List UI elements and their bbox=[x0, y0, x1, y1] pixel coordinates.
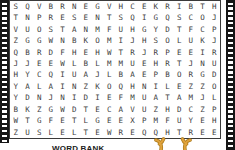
grid-cell: N bbox=[68, 81, 80, 92]
grid-cell: O bbox=[92, 35, 104, 46]
grid-cell: K bbox=[80, 35, 92, 46]
grid-cell: E bbox=[92, 104, 104, 115]
grid-cell: A bbox=[127, 70, 139, 81]
grid-cell: E bbox=[57, 12, 69, 23]
grid-cell: H bbox=[115, 1, 127, 12]
grid-cell: S bbox=[10, 1, 22, 12]
grid-cell: I bbox=[115, 35, 127, 46]
grid-cell: J bbox=[185, 58, 197, 69]
grid-cell: U bbox=[185, 35, 197, 46]
grid-cell: Y bbox=[10, 81, 22, 92]
grid-cell: L bbox=[103, 70, 115, 81]
grid-cell: Z bbox=[197, 104, 209, 115]
grid-cell: L bbox=[80, 115, 92, 126]
grid-cell: R bbox=[150, 47, 162, 58]
grid-cell: O bbox=[103, 81, 115, 92]
grid-cell: B bbox=[10, 104, 22, 115]
grid-cell: V bbox=[10, 24, 22, 35]
grid-cell: S bbox=[173, 12, 185, 23]
grid-cell: J bbox=[10, 58, 22, 69]
grid-cell: Y bbox=[150, 24, 162, 35]
grid-cell: V bbox=[33, 1, 45, 12]
grid-cell: U bbox=[127, 58, 139, 69]
grid-cell: Q bbox=[115, 81, 127, 92]
grid-cell: J bbox=[208, 12, 220, 23]
grid-cell: E bbox=[115, 115, 127, 126]
grid-cell: A bbox=[45, 81, 57, 92]
grid-cell: W bbox=[10, 115, 22, 126]
grid-cell: U bbox=[22, 127, 34, 138]
grid-cell: G bbox=[197, 70, 209, 81]
grid-cell: Q bbox=[22, 1, 34, 12]
word-search-grid: SQVBRNEGVHCEKRIBTHTNPRESENTSQIGQSCOJVUOS… bbox=[9, 0, 221, 139]
grid-cell: I bbox=[150, 81, 162, 92]
grid-cell: I bbox=[173, 1, 185, 12]
grid-cell: C bbox=[127, 1, 139, 12]
grid-cell: I bbox=[68, 92, 80, 103]
grid-cell: M bbox=[115, 58, 127, 69]
grid-cell: K bbox=[197, 35, 209, 46]
grid-cell: Q bbox=[138, 127, 150, 138]
grid-cell: Q bbox=[162, 12, 174, 23]
grid-cell: P bbox=[150, 70, 162, 81]
grid-cell: B bbox=[22, 47, 34, 58]
grid-cell: D bbox=[68, 104, 80, 115]
grid-cell: H bbox=[208, 1, 220, 12]
grid-cell: R bbox=[185, 70, 197, 81]
grid-cell: J bbox=[92, 70, 104, 81]
grid-cell: U bbox=[138, 92, 150, 103]
grid-cell: E bbox=[57, 127, 69, 138]
grid-cell: E bbox=[173, 47, 185, 58]
grid-cell: C bbox=[185, 12, 197, 23]
grid-cell: Z bbox=[10, 127, 22, 138]
grid-cell: N bbox=[138, 81, 150, 92]
grid-cell: E bbox=[138, 58, 150, 69]
grid-cell: C bbox=[103, 104, 115, 115]
grid-cell: F bbox=[57, 47, 69, 58]
grid-cell: S bbox=[33, 127, 45, 138]
grid-cell: E bbox=[173, 81, 185, 92]
grid-cell: U bbox=[208, 58, 220, 69]
grid-cell: A bbox=[80, 70, 92, 81]
grid-cell: O bbox=[162, 35, 174, 46]
grid-cell: R bbox=[115, 127, 127, 138]
grid-cell: N bbox=[80, 24, 92, 35]
grid-cell: N bbox=[68, 1, 80, 12]
grid-cell: R bbox=[162, 58, 174, 69]
grid-cell: B bbox=[45, 1, 57, 12]
grid-cell: T bbox=[197, 1, 209, 12]
grid-cell: E bbox=[45, 58, 57, 69]
grid-cell: C bbox=[33, 70, 45, 81]
grid-cell: R bbox=[127, 47, 139, 58]
grid-cell: S bbox=[68, 12, 80, 23]
grid-cell: G bbox=[150, 12, 162, 23]
grid-cell: I bbox=[92, 92, 104, 103]
grid-cell: J bbox=[138, 47, 150, 58]
grid-cell: Z bbox=[197, 81, 209, 92]
grid-cell: E bbox=[103, 115, 115, 126]
filmstrip-border-left-icon bbox=[0, 0, 9, 143]
grid-cell: T bbox=[80, 127, 92, 138]
grid-cell: W bbox=[45, 35, 57, 46]
word-search-worksheet: SQVBRNEGVHCEKRIBTHTNPRESENTSQIGQSCOJVUOS… bbox=[0, 0, 235, 150]
grid-cell: E bbox=[33, 58, 45, 69]
grid-cell: I bbox=[138, 12, 150, 23]
grid-cell: E bbox=[138, 70, 150, 81]
grid-cell: U bbox=[68, 70, 80, 81]
grid-cell: J bbox=[127, 35, 139, 46]
grid-cell: V bbox=[103, 1, 115, 12]
grid-cell: H bbox=[127, 24, 139, 35]
grid-cell: E bbox=[80, 12, 92, 23]
grid-cell: T bbox=[57, 24, 69, 35]
grid-cell: A bbox=[68, 24, 80, 35]
grid-cell: J bbox=[22, 58, 34, 69]
grid-cell: R bbox=[162, 1, 174, 12]
antler-right-icon bbox=[183, 139, 191, 150]
grid-cell: H bbox=[10, 70, 22, 81]
grid-cell: H bbox=[208, 115, 220, 126]
grid-cell: L bbox=[162, 81, 174, 92]
grid-cell: A bbox=[115, 104, 127, 115]
grid-cell: G bbox=[92, 115, 104, 126]
antler-left-icon bbox=[156, 139, 164, 150]
grid-cell: N bbox=[33, 92, 45, 103]
grid-cell: V bbox=[127, 104, 139, 115]
grid-cell: G bbox=[45, 104, 57, 115]
grid-cell: L bbox=[33, 81, 45, 92]
grid-cell: W bbox=[57, 104, 69, 115]
grid-cell: K bbox=[92, 81, 104, 92]
grid-cell: E bbox=[197, 115, 209, 126]
grid-cell: A bbox=[150, 92, 162, 103]
grid-cell: N bbox=[22, 12, 34, 23]
grid-cell: R bbox=[45, 12, 57, 23]
reindeer-antlers bbox=[150, 136, 200, 150]
grid-cell: C bbox=[197, 24, 209, 35]
grid-cell: E bbox=[92, 127, 104, 138]
grid-cell: Z bbox=[150, 104, 162, 115]
grid-cell: H bbox=[150, 58, 162, 69]
grid-cell: G bbox=[22, 35, 34, 46]
grid-cell: E bbox=[80, 1, 92, 12]
grid-cell: J bbox=[197, 92, 209, 103]
grid-cell: D bbox=[208, 70, 220, 81]
grid-cell: M bbox=[127, 92, 139, 103]
grid-cell: T bbox=[68, 115, 80, 126]
grid-cell: T bbox=[115, 47, 127, 58]
grid-cell: P bbox=[208, 24, 220, 35]
grid-cell: W bbox=[103, 127, 115, 138]
grid-cell: T bbox=[10, 12, 22, 23]
grid-cell: N bbox=[92, 12, 104, 23]
grid-cell: F bbox=[162, 115, 174, 126]
grid-cell: K bbox=[150, 1, 162, 12]
grid-cell: Y bbox=[22, 70, 34, 81]
grid-cell: H bbox=[127, 81, 139, 92]
grid-cell: T bbox=[162, 92, 174, 103]
grid-cell: I bbox=[57, 81, 69, 92]
grid-cell: A bbox=[173, 92, 185, 103]
grid-cell: E bbox=[80, 47, 92, 58]
grid-cell: T bbox=[173, 58, 185, 69]
grid-cell: J bbox=[208, 35, 220, 46]
grid-cell: P bbox=[208, 104, 220, 115]
grid-cell: P bbox=[33, 12, 45, 23]
grid-cell: E bbox=[127, 127, 139, 138]
grid-cell: T bbox=[22, 115, 34, 126]
grid-cell: H bbox=[162, 104, 174, 115]
grid-cell: M bbox=[150, 115, 162, 126]
grid-cell: T bbox=[103, 12, 115, 23]
grid-cell: B bbox=[185, 1, 197, 12]
grid-cell: U bbox=[138, 104, 150, 115]
grid-cell: Z bbox=[10, 35, 22, 46]
grid-cell: H bbox=[92, 47, 104, 58]
grid-cell: H bbox=[68, 47, 80, 58]
grid-cell: F bbox=[185, 24, 197, 35]
grid-cell: D bbox=[173, 104, 185, 115]
grid-cell: M bbox=[185, 92, 197, 103]
grid-cell: E bbox=[57, 115, 69, 126]
grid-cell: D bbox=[162, 24, 174, 35]
grid-cell: L bbox=[92, 58, 104, 69]
grid-cell: K bbox=[22, 104, 34, 115]
grid-cell: E bbox=[138, 1, 150, 12]
grid-cell: E bbox=[208, 127, 220, 138]
word-bank-heading: WORD BANK bbox=[52, 144, 104, 150]
grid-cell: P bbox=[162, 47, 174, 58]
grid-cell: A bbox=[22, 81, 34, 92]
grid-cell: M bbox=[103, 35, 115, 46]
grid-cell: M bbox=[103, 58, 115, 69]
grid-cell: Q bbox=[45, 70, 57, 81]
grid-cell: Y bbox=[185, 115, 197, 126]
filmstrip-border-right-icon bbox=[226, 0, 235, 150]
grid-cell: W bbox=[57, 58, 69, 69]
grid-cell: U bbox=[115, 24, 127, 35]
grid-cell: B bbox=[162, 70, 174, 81]
grid-cell: I bbox=[57, 70, 69, 81]
grid-cell: F bbox=[45, 115, 57, 126]
grid-cell: P bbox=[138, 115, 150, 126]
grid-cell: T bbox=[80, 104, 92, 115]
grid-cell: M bbox=[92, 24, 104, 35]
grid-cell: L bbox=[45, 127, 57, 138]
grid-cell: Z bbox=[185, 81, 197, 92]
grid-cell: T bbox=[173, 24, 185, 35]
grid-cell: O bbox=[173, 70, 185, 81]
grid-cell: E bbox=[185, 47, 197, 58]
grid-cell: S bbox=[115, 12, 127, 23]
grid-cell: O bbox=[33, 24, 45, 35]
grid-cell: Q bbox=[127, 12, 139, 23]
grid-cell: R bbox=[208, 47, 220, 58]
grid-cell: G bbox=[33, 115, 45, 126]
grid-cell: F bbox=[115, 92, 127, 103]
grid-cell: B bbox=[115, 70, 127, 81]
grid-cell: J bbox=[45, 92, 57, 103]
grid-cell: O bbox=[197, 12, 209, 23]
grid-cell: Q bbox=[10, 47, 22, 58]
grid-cell: E bbox=[103, 92, 115, 103]
grid-cell: O bbox=[208, 81, 220, 92]
grid-cell: R bbox=[57, 1, 69, 12]
grid-cell: G bbox=[138, 24, 150, 35]
grid-cell: B bbox=[80, 58, 92, 69]
grid-cell: U bbox=[173, 115, 185, 126]
grid-cell: Y bbox=[10, 92, 22, 103]
grid-cell: L bbox=[173, 35, 185, 46]
grid-cell: L bbox=[208, 92, 220, 103]
grid-cell: D bbox=[80, 92, 92, 103]
grid-cell: F bbox=[103, 24, 115, 35]
grid-cell: G bbox=[92, 1, 104, 12]
grid-cell: R bbox=[33, 47, 45, 58]
grid-cell: U bbox=[22, 24, 34, 35]
grid-cell: S bbox=[150, 35, 162, 46]
grid-cell: D bbox=[45, 47, 57, 58]
grid-cell: D bbox=[22, 92, 34, 103]
grid-cell: L bbox=[68, 58, 80, 69]
grid-cell: G bbox=[33, 35, 45, 46]
grid-cell: C bbox=[185, 104, 197, 115]
grid-cell: N bbox=[197, 58, 209, 69]
grid-cell: B bbox=[68, 35, 80, 46]
grid-cell: S bbox=[45, 24, 57, 35]
grid-cell: Z bbox=[33, 104, 45, 115]
grid-cell: W bbox=[103, 47, 115, 58]
grid-cell: Z bbox=[80, 81, 92, 92]
grid-cell: I bbox=[197, 47, 209, 58]
grid-cell: L bbox=[68, 127, 80, 138]
grid-cell: H bbox=[138, 35, 150, 46]
grid-cell: N bbox=[57, 35, 69, 46]
grid-cell: X bbox=[127, 115, 139, 126]
grid-cell: N bbox=[57, 92, 69, 103]
